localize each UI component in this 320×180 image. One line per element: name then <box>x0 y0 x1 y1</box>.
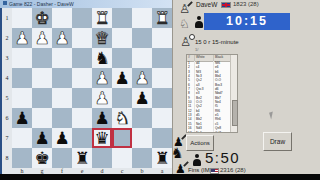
white-rook-d1[interactable]: ♜ <box>92 8 112 28</box>
square-a8[interactable]: ♜ <box>152 148 172 168</box>
person-icon <box>194 16 203 28</box>
square-e1[interactable] <box>72 8 92 28</box>
us-flag-icon <box>210 168 219 174</box>
square-b1[interactable] <box>132 8 152 28</box>
square-d8[interactable] <box>92 148 112 168</box>
square-c6[interactable]: ♞ <box>112 108 132 128</box>
white-rook-a1[interactable]: ♜ <box>152 8 172 28</box>
window-titlebar[interactable]: Game 822 - Dasher - DaveW <box>0 0 172 8</box>
white-move: Nc6 <box>195 131 214 133</box>
white-pawn-h2[interactable]: ♟ <box>12 28 32 48</box>
scrollbar-thumb[interactable] <box>232 100 238 127</box>
bottom-black-bar <box>0 174 320 180</box>
dasher-game-window: Game 822 - Dasher - DaveW 12345678 ♚♜♜♟♟… <box>0 0 320 180</box>
square-g6[interactable] <box>32 108 52 128</box>
movelist-body[interactable]: 1d4Nf62c4e63Nf3b64Nc3Bb45Qc2O-O6a3Bxc37Q… <box>187 61 232 132</box>
square-c3[interactable] <box>112 48 132 68</box>
black-king-g8[interactable]: ♚ <box>32 148 52 168</box>
square-g4[interactable] <box>32 68 52 88</box>
black-knight-d3[interactable]: ♞ <box>92 48 112 68</box>
black-pawn-c4[interactable]: ♟ <box>112 68 132 88</box>
knight-glyph: ♘ <box>179 17 190 32</box>
black-move: Qd7 <box>214 131 231 133</box>
square-g1[interactable]: ♚ <box>32 8 52 28</box>
square-e6[interactable] <box>72 108 92 128</box>
square-f3[interactable] <box>52 48 72 68</box>
square-f8[interactable] <box>52 148 72 168</box>
black-rook-e8[interactable]: ♜ <box>72 148 92 168</box>
move-list-scrollbar[interactable] <box>230 55 237 132</box>
rank-label-5: 5 <box>2 88 12 108</box>
app-icon <box>3 1 7 5</box>
square-h2[interactable]: ♟ <box>12 28 32 48</box>
rank-label-1: 1 <box>2 8 12 28</box>
square-a4[interactable] <box>152 68 172 88</box>
knight-icon[interactable]: ♘ <box>178 17 193 32</box>
square-d2[interactable]: ♛ <box>92 28 112 48</box>
top-player-name[interactable]: DaveW <box>196 1 217 8</box>
rank-label-2: 2 <box>2 28 12 48</box>
square-d5[interactable]: ♟ <box>92 88 112 108</box>
square-c7[interactable] <box>112 128 132 148</box>
pawn-pencil-icon[interactable]: ♟ <box>174 162 189 177</box>
square-d1[interactable]: ♜ <box>92 8 112 28</box>
white-pawn-g2[interactable]: ♟ <box>32 28 52 48</box>
white-pawn-f2[interactable]: ♟ <box>52 28 72 48</box>
white-pawn-d4[interactable]: ♟ <box>92 68 112 88</box>
white-knight-c6[interactable]: ♞ <box>112 108 132 128</box>
rank-label-4: 4 <box>2 68 12 88</box>
move-row-17[interactable]: 17Nc6Qd7 <box>187 131 232 133</box>
square-a6[interactable] <box>152 108 172 128</box>
square-a1[interactable]: ♜ <box>152 8 172 28</box>
square-h8[interactable] <box>12 148 32 168</box>
square-g8[interactable]: ♚ <box>32 148 52 168</box>
square-b2[interactable] <box>132 28 152 48</box>
square-e4[interactable] <box>72 68 92 88</box>
move-list[interactable]: # White Black 1d4Nf62c4e63Nf3b64Nc3Bb45Q… <box>186 54 238 133</box>
rank-labels: 12345678 <box>2 8 12 168</box>
black-pawn-f7[interactable]: ♟ <box>52 128 72 148</box>
square-b4[interactable]: ♟ <box>132 68 152 88</box>
black-pawn-h6[interactable]: ♟ <box>12 108 32 128</box>
square-b5[interactable]: ♟ <box>132 88 152 108</box>
knight-glyph: ♞ <box>171 146 184 161</box>
knight-icon[interactable]: ♞ <box>170 146 185 161</box>
window-title: Game 822 - Dasher - DaveW <box>9 1 74 7</box>
rank-label-6: 6 <box>2 108 12 128</box>
square-h4[interactable] <box>12 68 32 88</box>
square-h6[interactable]: ♟ <box>12 108 32 128</box>
square-c5[interactable] <box>112 88 132 108</box>
square-e3[interactable] <box>72 48 92 68</box>
white-queen-d2[interactable]: ♛ <box>92 28 112 48</box>
black-pawn-g7[interactable]: ♟ <box>32 128 52 148</box>
square-f5[interactable] <box>52 88 72 108</box>
square-h3[interactable] <box>12 48 32 68</box>
square-d6[interactable]: ♟ <box>92 108 112 128</box>
square-g2[interactable]: ♟ <box>32 28 52 48</box>
square-f1[interactable] <box>52 8 72 28</box>
square-e7[interactable] <box>72 128 92 148</box>
pawn-pencil-icon[interactable]: ♙ <box>178 2 193 17</box>
rank-label-7: 7 <box>2 128 12 148</box>
black-queen-d7[interactable]: ♛ <box>92 128 112 148</box>
draw-button[interactable]: Draw <box>263 132 292 151</box>
white-king-g1[interactable]: ♚ <box>32 8 52 28</box>
bottom-player-clock: 5:50 <box>205 149 265 166</box>
pawn-clock-icon[interactable]: ♙ <box>179 35 194 50</box>
square-h1[interactable] <box>12 8 32 28</box>
square-a2[interactable] <box>152 28 172 48</box>
black-rook-a8[interactable]: ♜ <box>152 148 172 168</box>
square-g7[interactable]: ♟ <box>32 128 52 148</box>
square-c4[interactable]: ♟ <box>112 68 132 88</box>
square-e2[interactable] <box>72 28 92 48</box>
square-d7[interactable]: ♛ <box>92 128 112 148</box>
square-f4[interactable] <box>52 68 72 88</box>
bottom-player-rating: 2316 (28) <box>220 167 246 173</box>
time-control-label: 15 0 r 15-minute <box>195 39 239 45</box>
white-pawn-d5[interactable]: ♟ <box>92 88 112 108</box>
time-control-note: 1/ <box>195 47 198 52</box>
square-a7[interactable] <box>152 128 172 148</box>
black-pawn-b5[interactable]: ♟ <box>132 88 152 108</box>
rank-label-3: 3 <box>2 48 12 68</box>
square-b8[interactable] <box>132 148 152 168</box>
square-d4[interactable]: ♟ <box>92 68 112 88</box>
square-a5[interactable] <box>152 88 172 108</box>
square-a3[interactable] <box>152 48 172 68</box>
square-g3[interactable] <box>32 48 52 68</box>
top-player-rating: 1823 (28) <box>233 1 259 7</box>
square-c1[interactable] <box>112 8 132 28</box>
uk-flag-icon <box>221 2 231 8</box>
square-d3[interactable]: ♞ <box>92 48 112 68</box>
person-icon <box>192 154 201 166</box>
square-e8[interactable]: ♜ <box>72 148 92 168</box>
top-player-clock: 10:15 <box>204 13 290 30</box>
square-c8[interactable] <box>112 148 132 168</box>
bottom-player-name[interactable]: Fins (IM) <box>188 167 212 173</box>
square-b7[interactable] <box>132 128 152 148</box>
square-f2[interactable]: ♟ <box>52 28 72 48</box>
move-number: 17 <box>187 131 195 133</box>
square-c2[interactable] <box>112 28 132 48</box>
square-f6[interactable] <box>52 108 72 128</box>
board[interactable]: ♚♜♜♟♟♟♛♞♟♟♟♟♟♟♟♞♟♟♛♚♜♜ <box>12 8 172 168</box>
square-b6[interactable] <box>132 108 152 128</box>
black-pawn-d6[interactable]: ♟ <box>92 108 112 128</box>
square-b3[interactable] <box>132 48 152 68</box>
square-g5[interactable] <box>32 88 52 108</box>
square-f7[interactable]: ♟ <box>52 128 72 148</box>
rank-label-8: 8 <box>2 148 12 168</box>
square-h7[interactable] <box>12 128 32 148</box>
square-e5[interactable] <box>72 88 92 108</box>
white-pawn-b4[interactable]: ♟ <box>132 68 152 88</box>
square-h5[interactable] <box>12 88 32 108</box>
